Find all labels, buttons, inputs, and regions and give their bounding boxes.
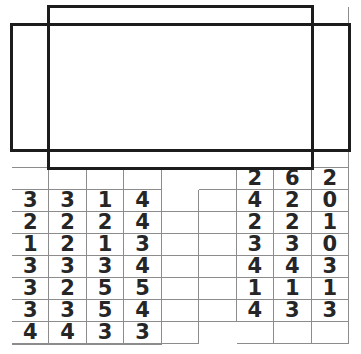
empty-cell-r2c9[interactable] — [162, 190, 199, 212]
clue-cell-r2c5[interactable]: 3 — [12, 190, 49, 212]
clue-cell-r6c3[interactable]: 4 — [274, 256, 311, 278]
clue-cell-r7c6[interactable]: 3 — [49, 300, 86, 322]
clue-cell-r3c7[interactable]: 2 — [87, 212, 124, 234]
empty-cell-r6c9[interactable] — [162, 278, 199, 300]
clue-cell-r6c4[interactable]: 3 — [312, 256, 349, 278]
clue-cell-r2c2[interactable]: 2 — [237, 168, 274, 190]
clue-cell-r2c6[interactable]: 3 — [49, 190, 86, 212]
clue-cell-r7c2[interactable]: 1 — [237, 278, 274, 300]
clue-cell-r7c3[interactable]: 1 — [274, 278, 311, 300]
empty-cell-r8c1[interactable] — [199, 300, 236, 322]
clue-cell-r5c4[interactable]: 0 — [312, 234, 349, 256]
puzzle-board: 2623314420222422112133303334443325511133… — [12, 7, 349, 345]
empty-cell-r4c9[interactable] — [162, 234, 199, 256]
empty-cell-r9c5[interactable] — [12, 344, 49, 345]
clue-cell-r4c5[interactable]: 1 — [12, 234, 49, 256]
empty-cell-r1c2[interactable] — [312, 7, 349, 25]
clue-cell-r6c2[interactable]: 4 — [237, 256, 274, 278]
empty-cell-r7c1[interactable] — [199, 278, 236, 300]
clue-cell-r5c3[interactable]: 3 — [274, 234, 311, 256]
clue-cell-r5c6[interactable]: 3 — [49, 256, 86, 278]
empty-cell-r4c1[interactable] — [199, 212, 236, 234]
clue-cell-r4c2[interactable]: 2 — [237, 212, 274, 234]
clue-cell-r8c8[interactable]: 3 — [124, 322, 161, 344]
empty-cell-r5c1[interactable] — [199, 234, 236, 256]
empty-cell-r9c2[interactable] — [237, 322, 274, 344]
clue-cell-r7c4[interactable]: 1 — [312, 278, 349, 300]
clue-cell-r4c4[interactable]: 1 — [312, 212, 349, 234]
clue-cell-r7c7[interactable]: 5 — [87, 300, 124, 322]
clue-cell-r3c6[interactable]: 2 — [49, 212, 86, 234]
void-corner-r9c9 — [162, 344, 199, 345]
empty-cell-r5c9[interactable] — [162, 256, 199, 278]
empty-cell-r9c3[interactable] — [274, 322, 311, 344]
clue-cell-r3c8[interactable]: 4 — [124, 212, 161, 234]
clue-cell-r3c2[interactable]: 4 — [237, 190, 274, 212]
bold-frame-vertical-rect — [47, 5, 313, 170]
clue-cell-r6c5[interactable]: 3 — [12, 278, 49, 300]
clue-cell-r8c4[interactable]: 3 — [312, 300, 349, 322]
clue-cell-r5c7[interactable]: 3 — [87, 256, 124, 278]
void-corner-r9c1 — [199, 322, 236, 344]
clue-cell-r8c5[interactable]: 4 — [12, 322, 49, 344]
clue-cell-r4c6[interactable]: 2 — [49, 234, 86, 256]
empty-cell-r1c6[interactable] — [49, 168, 86, 190]
clue-cell-r6c8[interactable]: 5 — [124, 278, 161, 300]
clue-cell-r5c8[interactable]: 4 — [124, 256, 161, 278]
clue-cell-r5c2[interactable]: 3 — [237, 234, 274, 256]
empty-cell-r3c1[interactable] — [199, 190, 236, 212]
empty-cell-r8c9[interactable] — [162, 322, 199, 344]
empty-cell-r3c9[interactable] — [162, 212, 199, 234]
clue-cell-r4c7[interactable]: 1 — [87, 234, 124, 256]
clue-cell-r2c4[interactable]: 2 — [312, 168, 349, 190]
empty-cell-r2c1[interactable] — [199, 168, 236, 190]
empty-cell-r6c1[interactable] — [199, 256, 236, 278]
empty-cell-r1c5[interactable] — [12, 168, 49, 190]
empty-cell-r9c6[interactable] — [49, 344, 86, 345]
clue-cell-r4c8[interactable]: 3 — [124, 234, 161, 256]
empty-cell-r1c3[interactable] — [12, 150, 49, 168]
clue-cell-r7c8[interactable]: 4 — [124, 300, 161, 322]
void-corner-r1c1 — [12, 7, 49, 25]
clue-cell-r5c5[interactable]: 3 — [12, 256, 49, 278]
empty-cell-r9c4[interactable] — [312, 322, 349, 344]
void-corner-r1c9 — [162, 168, 199, 190]
clue-cell-r3c5[interactable]: 2 — [12, 212, 49, 234]
clue-cell-r8c3[interactable]: 3 — [274, 300, 311, 322]
clue-cell-r3c3[interactable]: 2 — [274, 190, 311, 212]
bold-frame-horizontal-rect — [10, 23, 351, 152]
clue-cell-r2c7[interactable]: 1 — [87, 190, 124, 212]
clue-cell-r6c7[interactable]: 5 — [87, 278, 124, 300]
clue-cell-r8c7[interactable]: 3 — [87, 322, 124, 344]
clue-cell-r6c6[interactable]: 2 — [49, 278, 86, 300]
empty-cell-r1c7[interactable] — [87, 168, 124, 190]
clue-cell-r8c2[interactable]: 4 — [237, 300, 274, 322]
empty-cell-r7c9[interactable] — [162, 300, 199, 322]
clue-cell-r2c3[interactable]: 6 — [274, 168, 311, 190]
clue-cell-r3c4[interactable]: 0 — [312, 190, 349, 212]
empty-cell-r9c8[interactable] — [124, 344, 161, 345]
empty-cell-r9c7[interactable] — [87, 344, 124, 345]
clue-cell-r8c6[interactable]: 4 — [49, 322, 86, 344]
clue-cell-r4c3[interactable]: 2 — [274, 212, 311, 234]
clue-cell-r7c5[interactable]: 3 — [12, 300, 49, 322]
puzzle-diagram: 2623314420222422112133303334443325511133… — [0, 0, 361, 354]
empty-cell-r1c8[interactable] — [124, 168, 161, 190]
clue-cell-r2c8[interactable]: 4 — [124, 190, 161, 212]
